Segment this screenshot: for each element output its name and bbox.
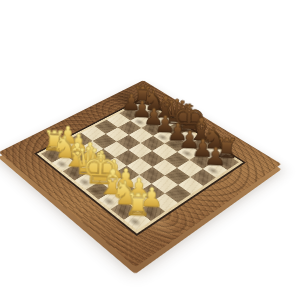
white-rook: ♜ — [113, 189, 163, 221]
black-pawn: ♟ — [193, 144, 239, 170]
chess-set-photo: ♜♞♝♛♚♝♞♜♟♟♟♟♟♟♟♟♟♟♟♟♟♟♟♟♜♞♝♛♚♝♞♜ — [36, 54, 244, 262]
chess-board: ♜♞♝♛♚♝♞♜♟♟♟♟♟♟♟♟♟♟♟♟♟♟♟♟♜♞♝♛♚♝♞♜ — [0, 80, 281, 267]
board-grid: ♜♞♝♛♚♝♞♜♟♟♟♟♟♟♟♟♟♟♟♟♟♟♟♟♜♞♝♛♚♝♞♜ — [41, 101, 239, 230]
square-h1: ♜ — [124, 210, 152, 230]
